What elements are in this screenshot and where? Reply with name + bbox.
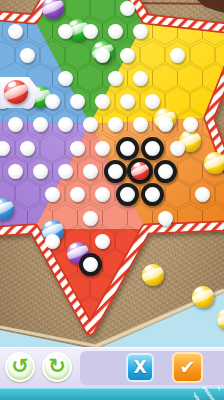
board-cell-empty-hole[interactable] xyxy=(95,141,110,156)
board-cell-empty-hole[interactable] xyxy=(120,1,135,16)
star-board-background xyxy=(0,0,224,400)
board-cell-empty-hole[interactable] xyxy=(58,164,73,179)
board-cell-empty-hole[interactable] xyxy=(20,48,35,63)
board-cell-empty-hole[interactable] xyxy=(58,117,73,132)
board-cell-empty-hole[interactable] xyxy=(133,24,148,39)
move-target-ring[interactable] xyxy=(154,160,177,183)
game-screen: ↺ ↻ X ✔ xyxy=(0,0,224,400)
board-cell-empty-hole[interactable] xyxy=(108,117,123,132)
marble-purple[interactable] xyxy=(42,0,64,19)
board-cell-empty-hole[interactable] xyxy=(158,211,173,226)
undo-button[interactable]: ↺ xyxy=(5,352,35,382)
board-cell-empty-hole[interactable] xyxy=(108,24,123,39)
cancel-x-icon: X xyxy=(133,357,146,377)
board-cell-empty-hole[interactable] xyxy=(8,24,23,39)
move-target-ring[interactable] xyxy=(116,137,139,160)
move-target-ring[interactable] xyxy=(116,183,139,206)
board-cell-empty-hole[interactable] xyxy=(58,71,73,86)
marble-red-selected[interactable] xyxy=(131,162,149,180)
turn-indicator-red-marble xyxy=(4,80,28,104)
board-cell-empty-hole[interactable] xyxy=(70,141,85,156)
board-cell-empty-hole[interactable] xyxy=(108,71,123,86)
selected-marble-ring[interactable] xyxy=(127,158,153,184)
board-cell-empty-hole[interactable] xyxy=(20,141,35,156)
board-cell-empty-hole[interactable] xyxy=(83,211,98,226)
marble-yellow[interactable] xyxy=(142,264,164,286)
board-cell-empty-hole[interactable] xyxy=(83,164,98,179)
board-cell-empty-hole[interactable] xyxy=(170,141,185,156)
move-target-ring[interactable] xyxy=(141,183,164,206)
board-cell-empty-hole[interactable] xyxy=(95,187,110,202)
board-cell-empty-hole[interactable] xyxy=(195,187,210,202)
move-target-ring[interactable] xyxy=(104,160,127,183)
redo-icon: ↻ xyxy=(48,354,66,378)
board-cell-empty-hole[interactable] xyxy=(70,187,85,202)
board-cell-empty-hole[interactable] xyxy=(120,94,135,109)
board-cell-empty-hole[interactable] xyxy=(183,117,198,132)
board-cell-empty-hole[interactable] xyxy=(133,117,148,132)
undo-icon: ↺ xyxy=(11,354,29,378)
board-cell-empty-hole[interactable] xyxy=(170,48,185,63)
board-cell-empty-hole[interactable] xyxy=(8,164,23,179)
board-cell-empty-hole[interactable] xyxy=(33,164,48,179)
board-cell-empty-hole[interactable] xyxy=(95,94,110,109)
corner-ribbon-decoration xyxy=(194,387,220,400)
redo-button[interactable]: ↻ xyxy=(42,352,72,382)
marble-yellow[interactable] xyxy=(192,286,214,308)
bottom-status-bar xyxy=(0,388,224,400)
board-cell-empty-hole[interactable] xyxy=(70,94,85,109)
move-target-ring[interactable] xyxy=(141,137,164,160)
board-cell-empty-hole[interactable] xyxy=(95,234,110,249)
frame-shadow-corner xyxy=(197,0,224,13)
confirm-check-icon: ✔ xyxy=(180,356,196,378)
confirm-move-button[interactable]: ✔ xyxy=(172,352,203,383)
marble-yellow[interactable] xyxy=(204,152,224,174)
board-cell-empty-hole[interactable] xyxy=(83,24,98,39)
board-cell-empty-hole[interactable] xyxy=(133,71,148,86)
board-cell-empty-hole[interactable] xyxy=(158,117,173,132)
board-cell-empty-hole[interactable] xyxy=(120,48,135,63)
board-cell-empty-hole[interactable] xyxy=(45,187,60,202)
board-cell-empty-hole[interactable] xyxy=(58,24,73,39)
cancel-move-button[interactable]: X xyxy=(126,353,154,382)
board-cell-empty-hole[interactable] xyxy=(145,94,160,109)
board-cell-empty-hole[interactable] xyxy=(8,117,23,132)
board-cell-empty-hole[interactable] xyxy=(45,234,60,249)
board-cell-empty-hole[interactable] xyxy=(33,117,48,132)
board-cell-empty-hole[interactable] xyxy=(83,117,98,132)
move-target-ring[interactable] xyxy=(79,253,102,276)
board-cell-empty-hole[interactable] xyxy=(95,48,110,63)
board-cell-empty-hole[interactable] xyxy=(45,94,60,109)
